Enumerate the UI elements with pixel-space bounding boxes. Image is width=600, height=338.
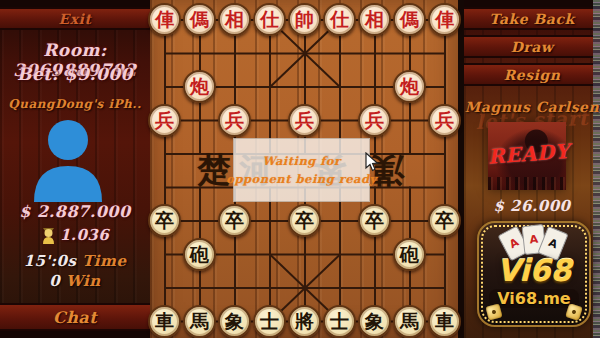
opponent-name: Magnus Carlsen	[464, 99, 600, 115]
game-window: Exit Room: 3069889792 Bet: $9.000 QuangD…	[0, 0, 600, 338]
resign-label: Resign	[504, 67, 561, 83]
player-rank-value: 1.036	[60, 226, 109, 244]
piece-red-炮[interactable]: 炮	[183, 70, 216, 103]
waiting-message-box: Waiting for opponent being ready	[233, 138, 370, 202]
opponent-photo: READY	[488, 122, 566, 190]
take-back-label: Take Back	[489, 11, 574, 27]
piece-red-相[interactable]: 相	[218, 3, 251, 36]
piece-red-兵[interactable]: 兵	[288, 104, 321, 137]
piece-black-車[interactable]: 車	[428, 305, 461, 338]
xiangqi-board: 楚 河 界 漢 俥傌相仕帥仕相傌俥炮炮兵兵兵兵兵卒卒卒卒卒砲砲車馬象士將士象馬車…	[150, 0, 458, 338]
chat-button-label: Chat	[53, 308, 97, 327]
vi68-logo-text: Vi68	[479, 253, 589, 288]
piece-red-炮[interactable]: 炮	[393, 70, 426, 103]
piece-black-士[interactable]: 士	[253, 305, 286, 338]
video-noise-edge	[593, 0, 600, 338]
win-value: 0	[49, 272, 60, 290]
piece-red-傌[interactable]: 傌	[183, 3, 216, 36]
piece-black-卒[interactable]: 卒	[148, 204, 181, 237]
piece-black-車[interactable]: 車	[148, 305, 181, 338]
piece-red-兵[interactable]: 兵	[428, 104, 461, 137]
piece-black-卒[interactable]: 卒	[428, 204, 461, 237]
player-avatar-icon	[24, 116, 112, 202]
mouse-cursor	[365, 152, 379, 172]
player-name: QuangDong's iPh..	[0, 97, 150, 111]
piece-black-卒[interactable]: 卒	[288, 204, 321, 237]
win-label: Win	[66, 272, 101, 290]
ready-status-badge: READY	[487, 139, 566, 168]
exit-button-label: Exit	[59, 11, 92, 27]
waiting-message-line1: Waiting for	[263, 154, 341, 168]
piece-red-仕[interactable]: 仕	[253, 3, 286, 36]
take-back-button[interactable]: Take Back	[464, 7, 600, 30]
chat-button[interactable]: Chat	[0, 303, 150, 331]
piece-red-兵[interactable]: 兵	[148, 104, 181, 137]
piece-black-馬[interactable]: 馬	[393, 305, 426, 338]
draw-label: Draw	[511, 39, 554, 55]
piece-black-卒[interactable]: 卒	[218, 204, 251, 237]
piece-red-帥[interactable]: 帥	[288, 3, 321, 36]
draw-button[interactable]: Draw	[464, 35, 600, 58]
piece-black-砲[interactable]: 砲	[183, 238, 216, 271]
top-divider-right	[464, 0, 600, 7]
player-rank-row: 1.036	[0, 226, 150, 244]
right-sidebar: Take Back Draw Resign Magnus Carlsen let…	[464, 0, 600, 338]
time-value: 15':0s	[24, 252, 77, 270]
piece-black-卒[interactable]: 卒	[358, 204, 391, 237]
piece-black-將[interactable]: 將	[288, 305, 321, 338]
piece-black-象[interactable]: 象	[218, 305, 251, 338]
time-row: 15':0s Time	[0, 252, 150, 270]
opponent-money: $ 26.000	[464, 197, 600, 215]
exit-button[interactable]: Exit	[0, 7, 150, 30]
piece-red-俥[interactable]: 俥	[428, 3, 461, 36]
time-label: Time	[82, 252, 126, 270]
piece-red-兵[interactable]: 兵	[218, 104, 251, 137]
top-divider	[0, 0, 150, 7]
piece-red-兵[interactable]: 兵	[358, 104, 391, 137]
piece-red-俥[interactable]: 俥	[148, 3, 181, 36]
piece-black-士[interactable]: 士	[323, 305, 356, 338]
rank-badge-icon	[41, 226, 56, 244]
piece-red-傌[interactable]: 傌	[393, 3, 426, 36]
dice-icon	[565, 303, 583, 321]
piece-red-相[interactable]: 相	[358, 3, 391, 36]
vi68-logo[interactable]: A A A Vi68 Vi68.me	[477, 221, 591, 327]
bottom-divider	[0, 331, 150, 338]
piece-black-象[interactable]: 象	[358, 305, 391, 338]
left-sidebar: Exit Room: 3069889792 Bet: $9.000 QuangD…	[0, 0, 153, 338]
vi68-site-text: Vi68.me	[489, 289, 579, 308]
waiting-message-line2: opponent being ready	[226, 172, 376, 186]
piece-red-仕[interactable]: 仕	[323, 3, 356, 36]
piece-black-馬[interactable]: 馬	[183, 305, 216, 338]
win-row: 0 Win	[0, 272, 150, 290]
piece-black-砲[interactable]: 砲	[393, 238, 426, 271]
bet-amount: Bet: $9.000	[0, 64, 150, 84]
resign-button[interactable]: Resign	[464, 63, 600, 86]
player-money: $ 2.887.000	[0, 202, 150, 221]
